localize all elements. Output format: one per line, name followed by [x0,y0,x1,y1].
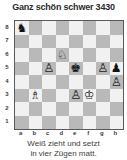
caption-line-1: Weiß zieht und setzt [0,139,127,149]
square-g4[interactable] [96,75,110,89]
square-e5[interactable]: ♚ [69,62,83,76]
white-pawn-icon: ♙ [43,62,54,74]
square-b4[interactable] [29,75,43,89]
square-a5[interactable] [15,62,29,76]
square-d6[interactable]: ♘ [56,48,70,62]
square-f5[interactable] [83,62,97,76]
square-c4[interactable] [42,75,56,89]
square-d8[interactable] [56,21,70,35]
square-g7[interactable] [96,35,110,49]
square-g2[interactable] [96,102,110,116]
rank-label-8: 8 [1,20,13,34]
square-d3[interactable] [56,89,70,103]
square-h8[interactable] [110,21,124,35]
black-king-icon: ♚ [70,62,81,74]
square-d2[interactable] [56,102,70,116]
square-g1[interactable] [96,116,110,130]
square-a1[interactable] [15,116,29,130]
rank-label-2: 2 [1,101,13,115]
file-label-h: h [109,130,123,136]
square-c8[interactable] [42,21,56,35]
square-a6[interactable] [15,48,29,62]
square-b1[interactable] [29,116,43,130]
rank-label-1: 1 [1,115,13,129]
white-king-icon: ♔ [84,89,95,101]
square-b3[interactable]: ♗ [29,89,43,103]
square-a3[interactable] [15,89,29,103]
file-label-a: a [14,130,28,136]
square-e6[interactable] [69,48,83,62]
puzzle-caption: Weiß zieht und setzt in vier Zügen matt. [0,139,127,159]
square-g6[interactable] [96,48,110,62]
square-h5[interactable]: ♟ [110,62,124,76]
file-label-d: d [55,130,69,136]
square-c7[interactable] [42,35,56,49]
caption-line-2: in vier Zügen matt. [0,149,127,159]
square-d5[interactable] [56,62,70,76]
square-f7[interactable] [83,35,97,49]
square-h7[interactable] [110,35,124,49]
square-g5[interactable]: ♙ [96,62,110,76]
square-c5[interactable]: ♙ [42,62,56,76]
black-knight-icon: ♞ [16,21,27,33]
white-pawn-icon: ♙ [111,75,122,87]
square-f3[interactable]: ♔ [83,89,97,103]
square-h2[interactable] [110,102,124,116]
square-a7[interactable] [15,35,29,49]
page-title: Ganz schön schwer 3430 [0,2,127,12]
white-bishop-icon: ♗ [30,89,41,101]
square-b5[interactable] [29,62,43,76]
rank-label-3: 3 [1,88,13,102]
square-c6[interactable] [42,48,56,62]
file-label-f: f [82,130,96,136]
square-b7[interactable] [29,35,43,49]
square-e8[interactable] [69,21,83,35]
square-f6[interactable] [83,48,97,62]
chess-board: ♞♘♙♚♙♟♙♗♙♔ [14,20,124,130]
square-h6[interactable] [110,48,124,62]
square-c3[interactable] [42,89,56,103]
rank-label-7: 7 [1,34,13,48]
rank-label-5: 5 [1,61,13,75]
black-pawn-icon: ♟ [111,62,122,74]
square-g8[interactable] [96,21,110,35]
white-pawn-icon: ♙ [97,62,108,74]
square-a8[interactable]: ♞ [15,21,29,35]
square-b8[interactable] [29,21,43,35]
square-h3[interactable] [110,89,124,103]
square-d1[interactable] [56,116,70,130]
white-pawn-icon: ♙ [70,89,81,101]
rank-labels: 87654321 [1,20,13,128]
rank-label-4: 4 [1,74,13,88]
square-c2[interactable] [42,102,56,116]
square-e3[interactable]: ♙ [69,89,83,103]
square-d4[interactable] [56,75,70,89]
square-f1[interactable] [83,116,97,130]
rank-label-6: 6 [1,47,13,61]
file-label-g: g [95,130,109,136]
square-f8[interactable] [83,21,97,35]
square-e4[interactable] [69,75,83,89]
square-b6[interactable] [29,48,43,62]
file-label-e: e [68,130,82,136]
square-e1[interactable] [69,116,83,130]
file-label-c: c [41,130,55,136]
square-a4[interactable] [15,75,29,89]
square-h4[interactable]: ♙ [110,75,124,89]
square-g3[interactable] [96,89,110,103]
square-c1[interactable] [42,116,56,130]
square-f2[interactable] [83,102,97,116]
square-a2[interactable] [15,102,29,116]
file-labels: abcdefgh [14,130,124,136]
white-knight-icon: ♘ [57,48,68,60]
square-e7[interactable] [69,35,83,49]
file-label-b: b [28,130,42,136]
square-f4[interactable] [83,75,97,89]
square-d7[interactable] [56,35,70,49]
square-e2[interactable] [69,102,83,116]
square-h1[interactable] [110,116,124,130]
square-b2[interactable] [29,102,43,116]
